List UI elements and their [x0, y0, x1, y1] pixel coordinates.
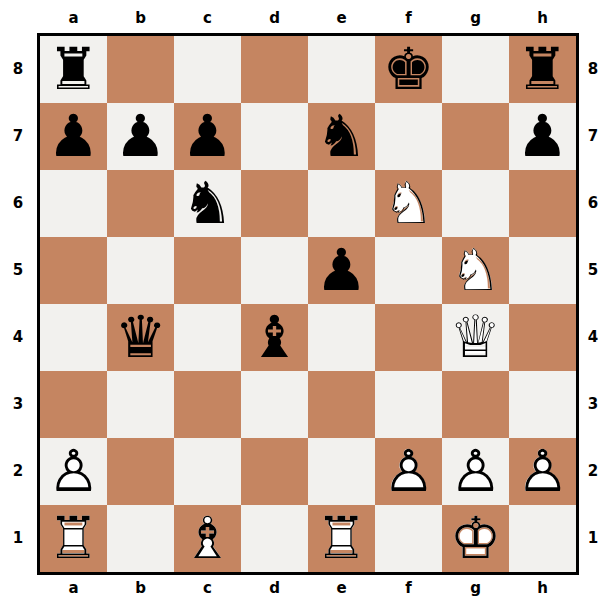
- square-d1[interactable]: [241, 505, 308, 572]
- square-c8[interactable]: [174, 36, 241, 103]
- square-f4[interactable]: [375, 304, 442, 371]
- square-h8[interactable]: ♜: [509, 36, 576, 103]
- chess-diagram: ♜♚♜♟♟♟♞♟♞♞♘♟♞♘♛♝♛♕♟♙♟♙♟♙♟♙♜♖♝♗♜♖♚♔ aabbc…: [0, 0, 613, 609]
- square-f7[interactable]: [375, 103, 442, 170]
- rank-label-right-5: 5: [581, 237, 605, 304]
- square-h2[interactable]: ♟♙: [509, 438, 576, 505]
- file-label-bottom-b: b: [107, 577, 174, 599]
- file-label-top-d: d: [241, 7, 308, 29]
- file-label-top-e: e: [308, 7, 375, 29]
- chess-board: ♜♚♜♟♟♟♞♟♞♞♘♟♞♘♛♝♛♕♟♙♟♙♟♙♟♙♜♖♝♗♜♖♚♔: [37, 33, 579, 575]
- rank-label-left-1: 1: [6, 505, 30, 572]
- square-a4[interactable]: [40, 304, 107, 371]
- square-e4[interactable]: [308, 304, 375, 371]
- square-g7[interactable]: [442, 103, 509, 170]
- square-e2[interactable]: [308, 438, 375, 505]
- file-label-bottom-a: a: [40, 577, 107, 599]
- square-e3[interactable]: [308, 371, 375, 438]
- square-f5[interactable]: [375, 237, 442, 304]
- square-e5[interactable]: ♟: [308, 237, 375, 304]
- square-d2[interactable]: [241, 438, 308, 505]
- square-g1[interactable]: ♚♔: [442, 505, 509, 572]
- black-queen-b4: ♛: [107, 304, 174, 371]
- black-pawn-c7: ♟: [174, 103, 241, 170]
- square-b8[interactable]: [107, 36, 174, 103]
- file-label-bottom-e: e: [308, 577, 375, 599]
- square-a1[interactable]: ♜♖: [40, 505, 107, 572]
- file-label-bottom-c: c: [174, 577, 241, 599]
- rank-label-right-3: 3: [581, 371, 605, 438]
- white-pawn-h2: ♟♙: [509, 438, 576, 505]
- square-c1[interactable]: ♝♗: [174, 505, 241, 572]
- rank-label-right-7: 7: [581, 103, 605, 170]
- square-g8[interactable]: [442, 36, 509, 103]
- square-h3[interactable]: [509, 371, 576, 438]
- square-e7[interactable]: ♞: [308, 103, 375, 170]
- rank-label-right-6: 6: [581, 170, 605, 237]
- square-f1[interactable]: [375, 505, 442, 572]
- square-b3[interactable]: [107, 371, 174, 438]
- square-h4[interactable]: [509, 304, 576, 371]
- square-c3[interactable]: [174, 371, 241, 438]
- square-h1[interactable]: [509, 505, 576, 572]
- white-king-g1: ♚♔: [442, 505, 509, 572]
- black-bishop-d4: ♝: [241, 304, 308, 371]
- file-label-top-h: h: [509, 7, 576, 29]
- white-queen-g4: ♛♕: [442, 304, 509, 371]
- square-a6[interactable]: [40, 170, 107, 237]
- square-a5[interactable]: [40, 237, 107, 304]
- rank-label-left-7: 7: [6, 103, 30, 170]
- square-f2[interactable]: ♟♙: [375, 438, 442, 505]
- white-knight-g5: ♞♘: [442, 237, 509, 304]
- file-label-top-c: c: [174, 7, 241, 29]
- square-f3[interactable]: [375, 371, 442, 438]
- square-f8[interactable]: ♚: [375, 36, 442, 103]
- black-pawn-e5: ♟: [308, 237, 375, 304]
- square-a7[interactable]: ♟: [40, 103, 107, 170]
- square-b4[interactable]: ♛: [107, 304, 174, 371]
- square-g2[interactable]: ♟♙: [442, 438, 509, 505]
- white-rook-a1: ♜♖: [40, 505, 107, 572]
- square-a8[interactable]: ♜: [40, 36, 107, 103]
- square-b7[interactable]: ♟: [107, 103, 174, 170]
- rank-label-right-1: 1: [581, 505, 605, 572]
- file-label-bottom-d: d: [241, 577, 308, 599]
- file-label-top-g: g: [442, 7, 509, 29]
- white-rook-e1: ♜♖: [308, 505, 375, 572]
- rank-label-left-4: 4: [6, 304, 30, 371]
- white-bishop-c1: ♝♗: [174, 505, 241, 572]
- square-b6[interactable]: [107, 170, 174, 237]
- white-pawn-outline: ♙: [40, 438, 107, 505]
- square-g3[interactable]: [442, 371, 509, 438]
- rank-label-left-8: 8: [6, 36, 30, 103]
- square-c2[interactable]: [174, 438, 241, 505]
- square-d6[interactable]: [241, 170, 308, 237]
- white-bishop-outline: ♗: [174, 505, 241, 572]
- white-pawn-f2: ♟♙: [375, 438, 442, 505]
- square-a2[interactable]: ♟♙: [40, 438, 107, 505]
- rank-label-left-6: 6: [6, 170, 30, 237]
- black-pawn-h7: ♟: [509, 103, 576, 170]
- square-c4[interactable]: [174, 304, 241, 371]
- square-e8[interactable]: [308, 36, 375, 103]
- square-h5[interactable]: [509, 237, 576, 304]
- square-d7[interactable]: [241, 103, 308, 170]
- black-pawn-b7: ♟: [107, 103, 174, 170]
- white-pawn-g2: ♟♙: [442, 438, 509, 505]
- rank-label-right-2: 2: [581, 438, 605, 505]
- white-queen-outline: ♕: [442, 304, 509, 371]
- white-pawn-a2: ♟♙: [40, 438, 107, 505]
- square-e6[interactable]: [308, 170, 375, 237]
- square-h6[interactable]: [509, 170, 576, 237]
- square-b5[interactable]: [107, 237, 174, 304]
- file-label-bottom-g: g: [442, 577, 509, 599]
- black-rook-a8: ♜: [40, 36, 107, 103]
- square-a3[interactable]: [40, 371, 107, 438]
- square-f6[interactable]: ♞♘: [375, 170, 442, 237]
- file-label-top-a: a: [40, 7, 107, 29]
- white-pawn-outline: ♙: [442, 438, 509, 505]
- square-c6[interactable]: ♞: [174, 170, 241, 237]
- square-d3[interactable]: [241, 371, 308, 438]
- white-king-outline: ♔: [442, 505, 509, 572]
- white-rook-outline: ♖: [40, 505, 107, 572]
- white-knight-outline: ♘: [442, 237, 509, 304]
- square-g6[interactable]: [442, 170, 509, 237]
- file-label-bottom-f: f: [375, 577, 442, 599]
- white-knight-f6: ♞♘: [375, 170, 442, 237]
- square-e1[interactable]: ♜♖: [308, 505, 375, 572]
- square-d5[interactable]: [241, 237, 308, 304]
- black-rook-h8: ♜: [509, 36, 576, 103]
- square-c5[interactable]: [174, 237, 241, 304]
- file-label-top-b: b: [107, 7, 174, 29]
- rank-label-left-2: 2: [6, 438, 30, 505]
- rank-label-right-4: 4: [581, 304, 605, 371]
- square-d8[interactable]: [241, 36, 308, 103]
- white-rook-outline: ♖: [308, 505, 375, 572]
- square-h7[interactable]: ♟: [509, 103, 576, 170]
- black-pawn-a7: ♟: [40, 103, 107, 170]
- white-knight-outline: ♘: [375, 170, 442, 237]
- square-b2[interactable]: [107, 438, 174, 505]
- file-label-bottom-h: h: [509, 577, 576, 599]
- rank-label-left-5: 5: [6, 237, 30, 304]
- white-pawn-outline: ♙: [375, 438, 442, 505]
- rank-label-right-8: 8: [581, 36, 605, 103]
- square-d4[interactable]: ♝: [241, 304, 308, 371]
- square-g5[interactable]: ♞♘: [442, 237, 509, 304]
- rank-label-left-3: 3: [6, 371, 30, 438]
- black-knight-c6: ♞: [174, 170, 241, 237]
- white-pawn-outline: ♙: [509, 438, 576, 505]
- square-b1[interactable]: [107, 505, 174, 572]
- square-c7[interactable]: ♟: [174, 103, 241, 170]
- black-knight-e7: ♞: [308, 103, 375, 170]
- black-king-f8: ♚: [375, 36, 442, 103]
- file-label-top-f: f: [375, 7, 442, 29]
- square-g4[interactable]: ♛♕: [442, 304, 509, 371]
